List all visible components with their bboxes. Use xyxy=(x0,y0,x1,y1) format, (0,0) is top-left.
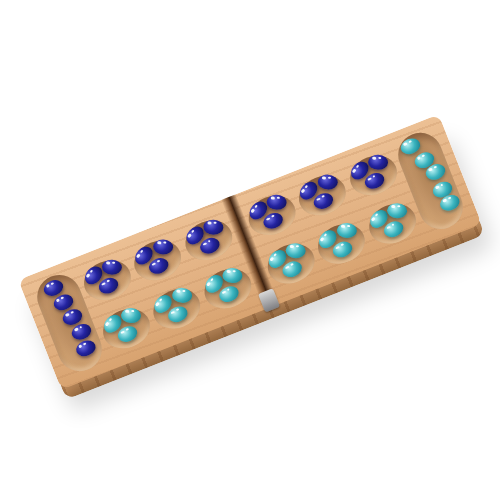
pit-top-5 xyxy=(294,169,353,222)
bead-blue xyxy=(152,239,173,255)
bead-blue xyxy=(203,219,224,235)
pit-bottom-5 xyxy=(313,217,372,270)
bead-teal xyxy=(171,287,192,303)
pit-top-6 xyxy=(344,149,403,202)
product-photo xyxy=(0,0,500,500)
bead-blue xyxy=(367,154,388,170)
bead-blue xyxy=(73,338,97,359)
pit-top-4 xyxy=(243,189,302,242)
bead-teal xyxy=(222,267,243,283)
bead-teal xyxy=(387,203,408,219)
bead-blue xyxy=(102,259,123,275)
pit-top-1 xyxy=(78,254,137,307)
bead-teal xyxy=(285,242,306,258)
bead-blue xyxy=(317,174,338,190)
pit-bottom-2 xyxy=(148,282,207,335)
bead-teal xyxy=(121,307,142,323)
bead-blue xyxy=(266,194,287,210)
pit-bottom-4 xyxy=(262,237,321,290)
pit-bottom-1 xyxy=(97,302,156,355)
board-rotation-wrapper xyxy=(18,114,482,389)
bead-teal xyxy=(336,223,357,239)
pit-bottom-6 xyxy=(363,197,422,250)
pit-top-2 xyxy=(129,234,188,287)
